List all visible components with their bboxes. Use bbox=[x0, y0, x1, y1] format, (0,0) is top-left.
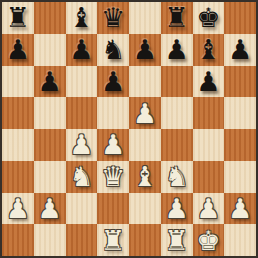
white-pawn[interactable]: ♟ bbox=[66, 129, 98, 161]
square-e4[interactable] bbox=[129, 129, 161, 161]
square-c6[interactable] bbox=[66, 66, 98, 98]
square-g8[interactable]: ♚ bbox=[193, 2, 225, 34]
square-a4[interactable] bbox=[2, 129, 34, 161]
square-h7[interactable]: ♟ bbox=[224, 34, 256, 66]
black-bishop[interactable]: ♝ bbox=[193, 34, 225, 66]
white-pawn[interactable]: ♟ bbox=[34, 193, 66, 225]
black-knight[interactable]: ♞ bbox=[97, 34, 129, 66]
white-pawn[interactable]: ♟ bbox=[129, 97, 161, 129]
square-h1[interactable] bbox=[224, 224, 256, 256]
white-rook[interactable]: ♜ bbox=[161, 224, 193, 256]
square-a2[interactable]: ♟ bbox=[2, 193, 34, 225]
black-king[interactable]: ♚ bbox=[193, 2, 225, 34]
white-bishop[interactable]: ♝ bbox=[129, 161, 161, 193]
square-c2[interactable] bbox=[66, 193, 98, 225]
square-g3[interactable] bbox=[193, 161, 225, 193]
black-queen[interactable]: ♛ bbox=[97, 2, 129, 34]
square-h2[interactable]: ♟ bbox=[224, 193, 256, 225]
square-g4[interactable] bbox=[193, 129, 225, 161]
square-d1[interactable]: ♜ bbox=[97, 224, 129, 256]
square-g7[interactable]: ♝ bbox=[193, 34, 225, 66]
square-e3[interactable]: ♝ bbox=[129, 161, 161, 193]
square-d6[interactable]: ♟ bbox=[97, 66, 129, 98]
white-pawn[interactable]: ♟ bbox=[97, 129, 129, 161]
square-a8[interactable]: ♜ bbox=[2, 2, 34, 34]
square-g5[interactable] bbox=[193, 97, 225, 129]
white-pawn[interactable]: ♟ bbox=[2, 193, 34, 225]
black-bishop[interactable]: ♝ bbox=[66, 2, 98, 34]
square-h4[interactable] bbox=[224, 129, 256, 161]
square-e5[interactable]: ♟ bbox=[129, 97, 161, 129]
square-f1[interactable]: ♜ bbox=[161, 224, 193, 256]
square-b6[interactable]: ♟ bbox=[34, 66, 66, 98]
square-g2[interactable]: ♟ bbox=[193, 193, 225, 225]
square-a3[interactable] bbox=[2, 161, 34, 193]
chess-board: ♜♝♛♜♚♟♟♞♟♟♝♟♟♟♟♟♟♟♞♛♝♞♟♟♟♟♟♜♜♚ bbox=[2, 2, 256, 256]
square-b5[interactable] bbox=[34, 97, 66, 129]
square-b4[interactable] bbox=[34, 129, 66, 161]
square-d5[interactable] bbox=[97, 97, 129, 129]
black-rook[interactable]: ♜ bbox=[2, 2, 34, 34]
white-pawn[interactable]: ♟ bbox=[161, 193, 193, 225]
square-d7[interactable]: ♞ bbox=[97, 34, 129, 66]
black-pawn[interactable]: ♟ bbox=[66, 34, 98, 66]
white-queen[interactable]: ♛ bbox=[97, 161, 129, 193]
white-king[interactable]: ♚ bbox=[193, 224, 225, 256]
square-b2[interactable]: ♟ bbox=[34, 193, 66, 225]
black-pawn[interactable]: ♟ bbox=[129, 34, 161, 66]
black-pawn[interactable]: ♟ bbox=[224, 34, 256, 66]
square-c5[interactable] bbox=[66, 97, 98, 129]
square-d4[interactable]: ♟ bbox=[97, 129, 129, 161]
black-pawn[interactable]: ♟ bbox=[193, 66, 225, 98]
white-knight[interactable]: ♞ bbox=[66, 161, 98, 193]
square-g6[interactable]: ♟ bbox=[193, 66, 225, 98]
square-b1[interactable] bbox=[34, 224, 66, 256]
black-pawn[interactable]: ♟ bbox=[97, 66, 129, 98]
square-a1[interactable] bbox=[2, 224, 34, 256]
square-e8[interactable] bbox=[129, 2, 161, 34]
square-f6[interactable] bbox=[161, 66, 193, 98]
black-pawn[interactable]: ♟ bbox=[2, 34, 34, 66]
square-e1[interactable] bbox=[129, 224, 161, 256]
square-b8[interactable] bbox=[34, 2, 66, 34]
square-d8[interactable]: ♛ bbox=[97, 2, 129, 34]
square-h6[interactable] bbox=[224, 66, 256, 98]
square-d3[interactable]: ♛ bbox=[97, 161, 129, 193]
square-f7[interactable]: ♟ bbox=[161, 34, 193, 66]
black-pawn[interactable]: ♟ bbox=[34, 66, 66, 98]
square-d2[interactable] bbox=[97, 193, 129, 225]
square-f8[interactable]: ♜ bbox=[161, 2, 193, 34]
square-c1[interactable] bbox=[66, 224, 98, 256]
square-b7[interactable] bbox=[34, 34, 66, 66]
square-c3[interactable]: ♞ bbox=[66, 161, 98, 193]
square-h3[interactable] bbox=[224, 161, 256, 193]
chess-board-frame: ♜♝♛♜♚♟♟♞♟♟♝♟♟♟♟♟♟♟♞♛♝♞♟♟♟♟♟♜♜♚ bbox=[0, 0, 258, 258]
square-e7[interactable]: ♟ bbox=[129, 34, 161, 66]
black-pawn[interactable]: ♟ bbox=[161, 34, 193, 66]
square-c7[interactable]: ♟ bbox=[66, 34, 98, 66]
square-c8[interactable]: ♝ bbox=[66, 2, 98, 34]
white-pawn[interactable]: ♟ bbox=[193, 193, 225, 225]
square-f2[interactable]: ♟ bbox=[161, 193, 193, 225]
square-e2[interactable] bbox=[129, 193, 161, 225]
square-f4[interactable] bbox=[161, 129, 193, 161]
square-f3[interactable]: ♞ bbox=[161, 161, 193, 193]
white-pawn[interactable]: ♟ bbox=[224, 193, 256, 225]
white-knight[interactable]: ♞ bbox=[161, 161, 193, 193]
square-g1[interactable]: ♚ bbox=[193, 224, 225, 256]
square-h5[interactable] bbox=[224, 97, 256, 129]
square-c4[interactable]: ♟ bbox=[66, 129, 98, 161]
black-rook[interactable]: ♜ bbox=[161, 2, 193, 34]
white-rook[interactable]: ♜ bbox=[97, 224, 129, 256]
square-b3[interactable] bbox=[34, 161, 66, 193]
square-a7[interactable]: ♟ bbox=[2, 34, 34, 66]
square-h8[interactable] bbox=[224, 2, 256, 34]
square-a5[interactable] bbox=[2, 97, 34, 129]
square-a6[interactable] bbox=[2, 66, 34, 98]
square-e6[interactable] bbox=[129, 66, 161, 98]
square-f5[interactable] bbox=[161, 97, 193, 129]
